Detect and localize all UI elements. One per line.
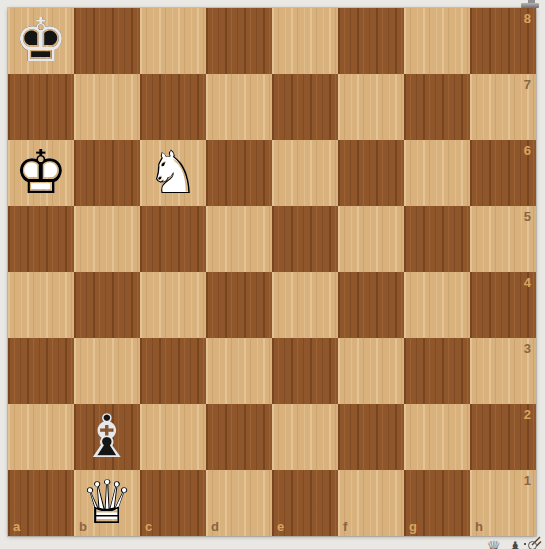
square-e1[interactable]: e <box>272 470 338 536</box>
black-king-outline: ♔ <box>8 8 74 74</box>
square-c7[interactable] <box>140 74 206 140</box>
square-d7[interactable] <box>206 74 272 140</box>
black-bishop-outline: ♗ <box>74 404 140 470</box>
square-c1[interactable]: c <box>140 470 206 536</box>
square-b2[interactable]: ♝♗ <box>74 404 140 470</box>
square-e6[interactable] <box>272 140 338 206</box>
square-b4[interactable] <box>74 272 140 338</box>
page: { "game": "chess", "position": { "fen": … <box>0 0 545 549</box>
square-f1[interactable]: f <box>338 470 404 536</box>
black-bishop[interactable]: ♝♗ <box>74 404 140 470</box>
file-label-d: d <box>211 520 219 533</box>
square-a2[interactable] <box>8 404 74 470</box>
bottom-edge-partial-icons: ♕ ♟ <box>0 536 545 549</box>
rank-label-2: 2 <box>524 408 531 421</box>
rank-label-3: 3 <box>524 342 531 355</box>
file-label-c: c <box>145 520 152 533</box>
square-g3[interactable] <box>404 338 470 404</box>
piece-base <box>521 3 539 8</box>
file-label-f: f <box>343 520 347 533</box>
square-b5[interactable] <box>74 206 140 272</box>
square-h2[interactable]: 2 <box>470 404 536 470</box>
square-a8[interactable]: ♚♔ <box>8 8 74 74</box>
square-e8[interactable] <box>272 8 338 74</box>
square-d8[interactable] <box>206 8 272 74</box>
black-king[interactable]: ♚♔ <box>8 8 74 74</box>
square-g8[interactable] <box>404 8 470 74</box>
square-f2[interactable] <box>338 404 404 470</box>
rank-label-7: 7 <box>524 78 531 91</box>
square-g2[interactable] <box>404 404 470 470</box>
square-h5[interactable]: 5 <box>470 206 536 272</box>
square-e7[interactable] <box>272 74 338 140</box>
square-g4[interactable] <box>404 272 470 338</box>
rank-label-1: 1 <box>524 474 531 487</box>
white-knight[interactable]: ♞♘ <box>140 140 206 206</box>
square-b6[interactable] <box>74 140 140 206</box>
square-h8[interactable]: 8 <box>470 8 536 74</box>
square-f6[interactable] <box>338 140 404 206</box>
square-c5[interactable] <box>140 206 206 272</box>
square-c8[interactable] <box>140 8 206 74</box>
square-a6[interactable]: ♚♔ <box>8 140 74 206</box>
square-b7[interactable] <box>74 74 140 140</box>
dot-icon <box>524 543 526 545</box>
square-f8[interactable] <box>338 8 404 74</box>
file-label-a: a <box>13 520 20 533</box>
rank-label-6: 6 <box>524 144 531 157</box>
white-queen[interactable]: ♛♕ <box>74 470 140 536</box>
rank-label-5: 5 <box>524 210 531 223</box>
square-e3[interactable] <box>272 338 338 404</box>
square-d3[interactable] <box>206 338 272 404</box>
square-e4[interactable] <box>272 272 338 338</box>
square-a7[interactable] <box>8 74 74 140</box>
square-d5[interactable] <box>206 206 272 272</box>
gray-piece-base-icon <box>521 0 541 9</box>
square-a3[interactable] <box>8 338 74 404</box>
square-e5[interactable] <box>272 206 338 272</box>
square-d4[interactable] <box>206 272 272 338</box>
rank-label-4: 4 <box>524 276 531 289</box>
square-c4[interactable] <box>140 272 206 338</box>
square-g6[interactable] <box>404 140 470 206</box>
square-e2[interactable] <box>272 404 338 470</box>
square-h6[interactable]: 6 <box>470 140 536 206</box>
square-c6[interactable]: ♞♘ <box>140 140 206 206</box>
square-f7[interactable] <box>338 74 404 140</box>
file-label-h: h <box>475 520 483 533</box>
white-king[interactable]: ♚♔ <box>8 140 74 206</box>
square-h7[interactable]: 7 <box>470 74 536 140</box>
square-a1[interactable]: a <box>8 470 74 536</box>
square-b3[interactable] <box>74 338 140 404</box>
square-a5[interactable] <box>8 206 74 272</box>
square-g7[interactable] <box>404 74 470 140</box>
dark-piece-icon: ♟ <box>508 540 522 549</box>
square-g5[interactable] <box>404 206 470 272</box>
square-d6[interactable] <box>206 140 272 206</box>
file-label-e: e <box>277 520 284 533</box>
square-b8[interactable] <box>74 8 140 74</box>
square-c2[interactable] <box>140 404 206 470</box>
rank-label-8: 8 <box>524 12 531 25</box>
white-king-outline: ♔ <box>8 140 74 206</box>
square-d2[interactable] <box>206 404 272 470</box>
square-h1[interactable]: 1h <box>470 470 536 536</box>
square-f3[interactable] <box>338 338 404 404</box>
square-g1[interactable]: g <box>404 470 470 536</box>
square-b1[interactable]: b♛♕ <box>74 470 140 536</box>
square-f4[interactable] <box>338 272 404 338</box>
chess-board[interactable]: ♚♔87♚♔♞♘6543♝♗2ab♛♕cdefg1h <box>8 8 536 536</box>
square-h3[interactable]: 3 <box>470 338 536 404</box>
square-c3[interactable] <box>140 338 206 404</box>
square-f5[interactable] <box>338 206 404 272</box>
square-h4[interactable]: 4 <box>470 272 536 338</box>
square-a4[interactable] <box>8 272 74 338</box>
white-queen-icon: ♕ <box>486 539 501 549</box>
square-d1[interactable]: d <box>206 470 272 536</box>
circle-icon <box>528 541 537 549</box>
file-label-g: g <box>409 520 417 533</box>
white-knight-outline: ♘ <box>140 140 206 206</box>
white-queen-outline: ♕ <box>74 470 140 536</box>
